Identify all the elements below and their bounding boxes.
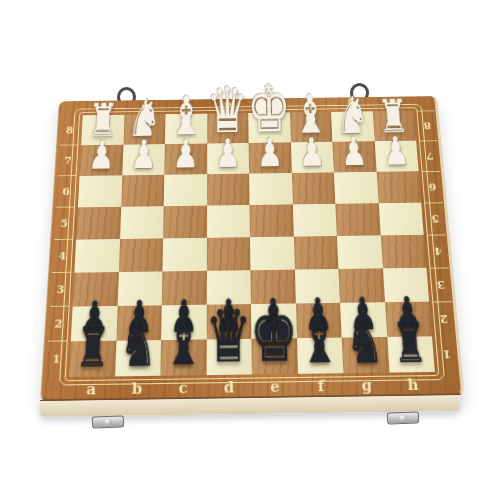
square-h5[interactable] xyxy=(378,203,424,236)
square-e7[interactable]: ♟ xyxy=(249,142,292,173)
white-pawn[interactable]: ♟ xyxy=(88,135,116,175)
rank-label-3: 3 xyxy=(46,273,74,307)
black-queen[interactable]: ♛ xyxy=(205,298,252,374)
square-f4[interactable] xyxy=(293,236,338,270)
square-d6[interactable] xyxy=(207,174,250,206)
file-label-a: a xyxy=(68,376,115,401)
black-rook[interactable]: ♜ xyxy=(75,321,111,376)
black-bishop[interactable]: ♝ xyxy=(163,311,203,375)
black-rook[interactable]: ♜ xyxy=(391,316,429,371)
square-b1[interactable]: ♞ xyxy=(115,340,161,376)
square-f5[interactable] xyxy=(292,204,336,237)
chess-board: 87654321 87654321 abcdefgh abcdefgh ♜♞♝♛… xyxy=(40,96,464,401)
rank-label-5: 5 xyxy=(421,202,450,235)
square-c5[interactable] xyxy=(163,206,207,239)
square-d4[interactable] xyxy=(206,237,250,271)
white-pawn[interactable]: ♟ xyxy=(172,134,198,174)
square-h6[interactable] xyxy=(376,171,421,203)
rank-label-3: 3 xyxy=(426,267,455,301)
latch-icon xyxy=(92,415,124,428)
file-label-h: h xyxy=(389,372,437,397)
square-g1[interactable]: ♞ xyxy=(342,337,389,373)
square-a4[interactable] xyxy=(74,239,119,273)
square-g5[interactable] xyxy=(335,203,380,236)
white-pawn[interactable]: ♟ xyxy=(382,131,411,171)
rank-label-6: 6 xyxy=(52,176,79,208)
rank-label-5: 5 xyxy=(50,207,78,240)
square-c4[interactable] xyxy=(162,238,206,272)
square-a5[interactable] xyxy=(76,207,121,240)
square-c1[interactable]: ♝ xyxy=(160,339,206,375)
square-b4[interactable] xyxy=(118,238,163,272)
chess-board-grid: ♜♞♝♛♚♝♞♜♟♟♟♟♟♟♟♟♟♟♟♟♟♟♟♟♜♞♝♛♚♝♞♜ xyxy=(69,111,435,377)
rank-label-1: 1 xyxy=(42,341,71,377)
square-f7[interactable]: ♟ xyxy=(291,142,334,173)
black-bishop[interactable]: ♝ xyxy=(299,309,341,373)
rank-label-1: 1 xyxy=(432,336,462,372)
square-g7[interactable]: ♟ xyxy=(332,141,376,172)
white-pawn[interactable]: ♟ xyxy=(340,132,368,172)
rank-label-4: 4 xyxy=(424,234,453,267)
white-pawn[interactable]: ♟ xyxy=(298,132,326,172)
square-a6[interactable] xyxy=(78,175,122,207)
square-g4[interactable] xyxy=(337,235,383,269)
white-pawn[interactable]: ♟ xyxy=(256,133,283,173)
square-f6[interactable] xyxy=(291,172,335,204)
rank-label-7: 7 xyxy=(416,140,444,171)
square-e6[interactable] xyxy=(249,173,292,205)
rank-label-8: 8 xyxy=(414,110,441,140)
square-f1[interactable]: ♝ xyxy=(297,338,344,374)
square-h4[interactable] xyxy=(380,235,426,269)
square-c7[interactable]: ♟ xyxy=(164,144,206,175)
square-a1[interactable]: ♜ xyxy=(69,341,116,377)
square-h1[interactable]: ♜ xyxy=(387,336,435,372)
black-knight[interactable]: ♞ xyxy=(344,311,385,372)
white-pawn[interactable]: ♟ xyxy=(215,134,241,174)
rank-label-6: 6 xyxy=(419,171,447,203)
square-d1[interactable]: ♛ xyxy=(206,339,252,375)
rank-label-8: 8 xyxy=(56,115,83,145)
chess-set-photo: 87654321 87654321 abcdefgh abcdefgh ♜♞♝♛… xyxy=(0,0,500,500)
rank-label-7: 7 xyxy=(54,145,81,176)
square-d5[interactable] xyxy=(207,205,250,238)
square-e5[interactable] xyxy=(250,204,294,237)
rank-label-2: 2 xyxy=(429,301,459,336)
rank-label-4: 4 xyxy=(48,240,76,273)
square-d7[interactable]: ♟ xyxy=(207,143,249,174)
square-b6[interactable] xyxy=(121,175,165,207)
square-e4[interactable] xyxy=(250,237,294,271)
black-knight[interactable]: ♞ xyxy=(119,314,158,375)
latch-icon xyxy=(387,411,419,424)
square-b5[interactable] xyxy=(120,206,164,239)
square-e1[interactable]: ♚ xyxy=(251,338,297,374)
square-h7[interactable]: ♟ xyxy=(374,141,418,172)
square-c6[interactable] xyxy=(164,174,207,206)
white-pawn[interactable]: ♟ xyxy=(130,135,157,175)
square-g6[interactable] xyxy=(334,172,378,204)
black-king[interactable]: ♚ xyxy=(249,295,299,374)
rank-label-2: 2 xyxy=(44,307,73,342)
square-b7[interactable]: ♟ xyxy=(122,144,165,175)
square-a7[interactable]: ♟ xyxy=(80,145,123,176)
